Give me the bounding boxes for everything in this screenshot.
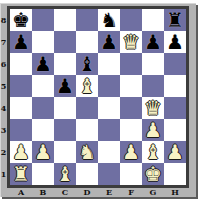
chess-board-panel: 87654321 ♚♞♜♟♟♛♟♟♟♝♟♝♛♟♟♟♞♟♝♟♜♝♚ ABCDEFG… [0, 3, 196, 197]
rank-label-1: 1 [0, 163, 7, 185]
file-label-g: G [142, 188, 164, 197]
square-e5[interactable] [98, 75, 120, 97]
file-label-f: F [120, 188, 142, 197]
white-bishop[interactable]: ♝ [54, 163, 76, 185]
file-label-c: C [54, 188, 76, 197]
square-f8[interactable] [120, 9, 142, 31]
square-h7[interactable]: ♟ [164, 31, 186, 53]
rank-label-7: 7 [0, 31, 7, 53]
file-label-a: A [10, 188, 32, 197]
square-b1[interactable] [32, 163, 54, 185]
rank-label-2: 2 [0, 141, 7, 163]
square-e1[interactable] [98, 163, 120, 185]
square-c7[interactable] [54, 31, 76, 53]
rank-label-6: 6 [0, 53, 7, 75]
file-label-e: E [98, 188, 120, 197]
square-c1[interactable]: ♝ [54, 163, 76, 185]
square-e4[interactable] [98, 97, 120, 119]
square-a1[interactable]: ♜ [10, 163, 32, 185]
black-rook[interactable]: ♜ [164, 9, 186, 31]
white-pawn[interactable]: ♟ [142, 119, 164, 141]
black-pawn[interactable]: ♟ [54, 75, 76, 97]
square-g2[interactable]: ♝ [142, 141, 164, 163]
square-a7[interactable]: ♟ [10, 31, 32, 53]
square-e2[interactable] [98, 141, 120, 163]
white-bishop[interactable]: ♝ [76, 75, 98, 97]
board-grid: ♚♞♜♟♟♛♟♟♟♝♟♝♛♟♟♟♞♟♝♟♜♝♚ [10, 9, 186, 185]
square-e8[interactable]: ♞ [98, 9, 120, 31]
square-b5[interactable] [32, 75, 54, 97]
square-e7[interactable]: ♟ [98, 31, 120, 53]
square-f7[interactable]: ♛ [120, 31, 142, 53]
square-b3[interactable] [32, 119, 54, 141]
square-h1[interactable] [164, 163, 186, 185]
square-c8[interactable] [54, 9, 76, 31]
square-e6[interactable] [98, 53, 120, 75]
board-frame: ♚♞♜♟♟♛♟♟♟♝♟♝♛♟♟♟♞♟♝♟♜♝♚ [7, 6, 189, 188]
square-e3[interactable] [98, 119, 120, 141]
square-f6[interactable] [120, 53, 142, 75]
rank-labels: 87654321 [0, 9, 7, 185]
square-c4[interactable] [54, 97, 76, 119]
square-h4[interactable] [164, 97, 186, 119]
square-b2[interactable]: ♟ [32, 141, 54, 163]
white-queen[interactable]: ♛ [120, 31, 142, 53]
square-b4[interactable] [32, 97, 54, 119]
square-a4[interactable] [10, 97, 32, 119]
square-d5[interactable]: ♝ [76, 75, 98, 97]
square-g5[interactable] [142, 75, 164, 97]
square-c6[interactable] [54, 53, 76, 75]
file-label-h: H [164, 188, 186, 197]
square-h5[interactable] [164, 75, 186, 97]
rank-label-8: 8 [0, 9, 7, 31]
black-pawn[interactable]: ♟ [32, 53, 54, 75]
square-b6[interactable]: ♟ [32, 53, 54, 75]
square-c5[interactable]: ♟ [54, 75, 76, 97]
square-g1[interactable]: ♚ [142, 163, 164, 185]
square-d8[interactable] [76, 9, 98, 31]
square-d6[interactable]: ♝ [76, 53, 98, 75]
square-b7[interactable] [32, 31, 54, 53]
white-pawn[interactable]: ♟ [120, 141, 142, 163]
file-label-d: D [76, 188, 98, 197]
square-a3[interactable] [10, 119, 32, 141]
square-f5[interactable] [120, 75, 142, 97]
square-g6[interactable] [142, 53, 164, 75]
black-pawn[interactable]: ♟ [98, 31, 120, 53]
white-king[interactable]: ♚ [142, 163, 164, 185]
square-f1[interactable] [120, 163, 142, 185]
square-c3[interactable] [54, 119, 76, 141]
file-label-b: B [32, 188, 54, 197]
file-labels: ABCDEFGH [10, 188, 186, 197]
white-queen[interactable]: ♛ [142, 97, 164, 119]
black-knight[interactable]: ♞ [98, 9, 120, 31]
black-pawn[interactable]: ♟ [142, 31, 164, 53]
white-rook[interactable]: ♜ [10, 163, 32, 185]
square-g8[interactable] [142, 9, 164, 31]
square-d3[interactable] [76, 119, 98, 141]
square-d7[interactable] [76, 31, 98, 53]
black-king[interactable]: ♚ [10, 9, 32, 31]
rank-label-3: 3 [0, 119, 7, 141]
square-h3[interactable] [164, 119, 186, 141]
square-d2[interactable]: ♞ [76, 141, 98, 163]
white-pawn[interactable]: ♟ [10, 141, 32, 163]
square-h2[interactable]: ♟ [164, 141, 186, 163]
white-pawn[interactable]: ♟ [32, 141, 54, 163]
square-a6[interactable] [10, 53, 32, 75]
white-knight[interactable]: ♞ [76, 141, 98, 163]
square-f2[interactable]: ♟ [120, 141, 142, 163]
square-f4[interactable] [120, 97, 142, 119]
black-bishop[interactable]: ♝ [76, 53, 98, 75]
black-pawn[interactable]: ♟ [10, 31, 32, 53]
square-h6[interactable] [164, 53, 186, 75]
square-a8[interactable]: ♚ [10, 9, 32, 31]
square-d1[interactable] [76, 163, 98, 185]
square-b8[interactable] [32, 9, 54, 31]
square-f3[interactable] [120, 119, 142, 141]
rank-label-4: 4 [0, 97, 7, 119]
square-h8[interactable]: ♜ [164, 9, 186, 31]
square-g4[interactable]: ♛ [142, 97, 164, 119]
square-g7[interactable]: ♟ [142, 31, 164, 53]
white-pawn[interactable]: ♟ [164, 141, 186, 163]
square-c2[interactable] [54, 141, 76, 163]
white-bishop[interactable]: ♝ [142, 141, 164, 163]
black-pawn[interactable]: ♟ [164, 31, 186, 53]
square-a2[interactable]: ♟ [10, 141, 32, 163]
square-d4[interactable] [76, 97, 98, 119]
square-a5[interactable] [10, 75, 32, 97]
square-g3[interactable]: ♟ [142, 119, 164, 141]
rank-label-5: 5 [0, 75, 7, 97]
